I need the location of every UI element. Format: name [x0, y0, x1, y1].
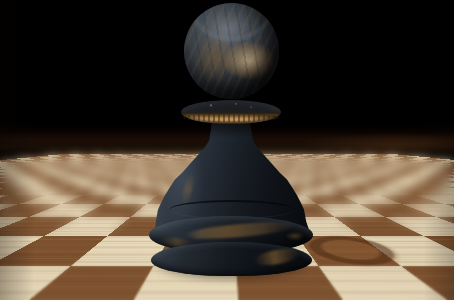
black-pawn[interactable] — [146, 2, 316, 278]
scuff-mark — [286, 232, 304, 240]
pawn-collar — [181, 100, 281, 124]
pawn-head-sheen — [184, 3, 279, 99]
pawn-collar-rim — [183, 113, 279, 122]
scene-photo — [0, 0, 454, 300]
pawn-head — [184, 3, 279, 99]
